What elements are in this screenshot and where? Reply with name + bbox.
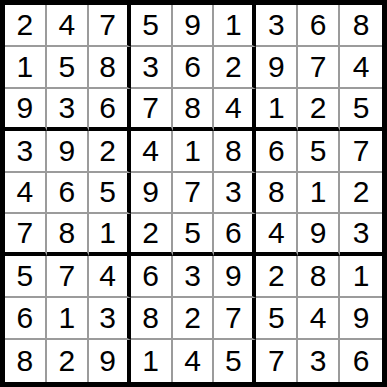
cell-r7c2[interactable]: 7	[47, 256, 89, 298]
cell-r3c5[interactable]: 8	[173, 89, 215, 131]
cell-r9c5[interactable]: 4	[173, 340, 215, 382]
cell-r8c9[interactable]: 9	[340, 298, 382, 340]
cell-r4c5[interactable]: 1	[173, 131, 215, 173]
cell-r3c7[interactable]: 1	[256, 89, 298, 131]
cell-r1c9[interactable]: 8	[340, 5, 382, 47]
cell-r7c3[interactable]: 4	[89, 256, 131, 298]
cell-r5c4[interactable]: 9	[131, 173, 173, 215]
cell-r6c2[interactable]: 8	[47, 214, 89, 256]
cell-r5c3[interactable]: 5	[89, 173, 131, 215]
cell-r6c9[interactable]: 3	[340, 214, 382, 256]
cell-r5c6[interactable]: 3	[214, 173, 256, 215]
cell-r6c5[interactable]: 5	[173, 214, 215, 256]
cell-r7c1[interactable]: 5	[5, 256, 47, 298]
cell-r5c9[interactable]: 2	[340, 173, 382, 215]
cell-r3c4[interactable]: 7	[131, 89, 173, 131]
cell-r7c5[interactable]: 3	[173, 256, 215, 298]
cell-r8c6[interactable]: 7	[214, 298, 256, 340]
cell-r2c7[interactable]: 9	[256, 47, 298, 89]
cell-r8c2[interactable]: 1	[47, 298, 89, 340]
cell-r7c4[interactable]: 6	[131, 256, 173, 298]
cell-r9c4[interactable]: 1	[131, 340, 173, 382]
cell-r2c3[interactable]: 8	[89, 47, 131, 89]
cell-r4c8[interactable]: 5	[298, 131, 340, 173]
cell-r2c5[interactable]: 6	[173, 47, 215, 89]
cell-r3c1[interactable]: 9	[5, 89, 47, 131]
cell-r4c2[interactable]: 9	[47, 131, 89, 173]
cell-r1c6[interactable]: 1	[214, 5, 256, 47]
cell-r4c9[interactable]: 7	[340, 131, 382, 173]
cell-r3c2[interactable]: 3	[47, 89, 89, 131]
cell-r1c5[interactable]: 9	[173, 5, 215, 47]
cell-r8c4[interactable]: 8	[131, 298, 173, 340]
cell-r4c6[interactable]: 8	[214, 131, 256, 173]
cell-r9c2[interactable]: 2	[47, 340, 89, 382]
cell-r6c7[interactable]: 4	[256, 214, 298, 256]
cell-r3c9[interactable]: 5	[340, 89, 382, 131]
cell-r6c3[interactable]: 1	[89, 214, 131, 256]
cell-r1c4[interactable]: 5	[131, 5, 173, 47]
cell-r8c3[interactable]: 3	[89, 298, 131, 340]
cell-r2c2[interactable]: 5	[47, 47, 89, 89]
cell-r1c8[interactable]: 6	[298, 5, 340, 47]
cell-r5c1[interactable]: 4	[5, 173, 47, 215]
cell-r8c1[interactable]: 6	[5, 298, 47, 340]
cell-r3c3[interactable]: 6	[89, 89, 131, 131]
cell-r4c7[interactable]: 6	[256, 131, 298, 173]
cell-r2c9[interactable]: 4	[340, 47, 382, 89]
cell-r9c8[interactable]: 3	[298, 340, 340, 382]
cell-r6c6[interactable]: 6	[214, 214, 256, 256]
cell-r2c8[interactable]: 7	[298, 47, 340, 89]
cell-r4c3[interactable]: 2	[89, 131, 131, 173]
cell-r8c8[interactable]: 4	[298, 298, 340, 340]
cell-r1c1[interactable]: 2	[5, 5, 47, 47]
cell-r5c8[interactable]: 1	[298, 173, 340, 215]
cell-r9c7[interactable]: 7	[256, 340, 298, 382]
cell-r9c1[interactable]: 8	[5, 340, 47, 382]
sudoku-board: 2475913681583629749367841253924186574659…	[0, 0, 387, 387]
cell-r2c4[interactable]: 3	[131, 47, 173, 89]
cell-r6c4[interactable]: 2	[131, 214, 173, 256]
cell-r6c8[interactable]: 9	[298, 214, 340, 256]
cell-r3c8[interactable]: 2	[298, 89, 340, 131]
cell-r7c6[interactable]: 9	[214, 256, 256, 298]
cell-r5c7[interactable]: 8	[256, 173, 298, 215]
cell-r9c3[interactable]: 9	[89, 340, 131, 382]
cell-r7c8[interactable]: 8	[298, 256, 340, 298]
cell-r1c2[interactable]: 4	[47, 5, 89, 47]
cell-r2c6[interactable]: 2	[214, 47, 256, 89]
cell-r6c1[interactable]: 7	[5, 214, 47, 256]
cell-r4c1[interactable]: 3	[5, 131, 47, 173]
cell-r8c5[interactable]: 2	[173, 298, 215, 340]
cell-r3c6[interactable]: 4	[214, 89, 256, 131]
cell-r9c6[interactable]: 5	[214, 340, 256, 382]
cell-r5c2[interactable]: 6	[47, 173, 89, 215]
cell-r9c9[interactable]: 6	[340, 340, 382, 382]
cell-r1c7[interactable]: 3	[256, 5, 298, 47]
cell-r4c4[interactable]: 4	[131, 131, 173, 173]
cell-r5c5[interactable]: 7	[173, 173, 215, 215]
cell-r2c1[interactable]: 1	[5, 47, 47, 89]
cell-r1c3[interactable]: 7	[89, 5, 131, 47]
cell-r7c7[interactable]: 2	[256, 256, 298, 298]
cell-r8c7[interactable]: 5	[256, 298, 298, 340]
cell-r7c9[interactable]: 1	[340, 256, 382, 298]
